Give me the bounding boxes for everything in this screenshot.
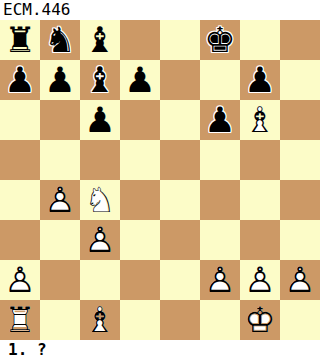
white-pawn-fill: ♟	[200, 260, 240, 300]
square-e5[interactable]	[160, 140, 200, 180]
square-h4[interactable]	[280, 180, 320, 220]
square-g1[interactable]: ♚♔	[240, 300, 280, 340]
square-a2[interactable]: ♟♙	[0, 260, 40, 300]
square-h3[interactable]	[280, 220, 320, 260]
square-h5[interactable]	[280, 140, 320, 180]
black-pawn: ♟	[0, 60, 40, 100]
black-pawn: ♟	[240, 60, 280, 100]
square-c6[interactable]: ♟	[80, 100, 120, 140]
square-e3[interactable]	[160, 220, 200, 260]
square-a8[interactable]: ♜	[0, 20, 40, 60]
white-bishop: ♗	[240, 100, 280, 140]
square-h1[interactable]	[280, 300, 320, 340]
white-pawn-fill: ♟	[80, 220, 120, 260]
square-b5[interactable]	[40, 140, 80, 180]
square-d6[interactable]	[120, 100, 160, 140]
white-king: ♔	[240, 300, 280, 340]
square-d2[interactable]	[120, 260, 160, 300]
square-c7[interactable]: ♝	[80, 60, 120, 100]
white-pawn: ♙	[40, 180, 80, 220]
square-h2[interactable]: ♟♙	[280, 260, 320, 300]
square-g6[interactable]: ♝♗	[240, 100, 280, 140]
square-a1[interactable]: ♜♖	[0, 300, 40, 340]
square-a4[interactable]	[0, 180, 40, 220]
square-a6[interactable]	[0, 100, 40, 140]
square-e6[interactable]	[160, 100, 200, 140]
square-c5[interactable]	[80, 140, 120, 180]
chess-board: ♜♞♝♚♟♟♝♟♟♟♟♝♗♟♙♞♘♟♙♟♙♟♙♟♙♟♙♜♖♝♗♚♔	[0, 20, 320, 340]
black-pawn: ♟	[120, 60, 160, 100]
white-rook: ♖	[0, 300, 40, 340]
square-e8[interactable]	[160, 20, 200, 60]
white-pawn-fill: ♟	[40, 180, 80, 220]
square-b2[interactable]	[40, 260, 80, 300]
square-f4[interactable]	[200, 180, 240, 220]
square-h7[interactable]	[280, 60, 320, 100]
square-b8[interactable]: ♞	[40, 20, 80, 60]
white-pawn: ♙	[280, 260, 320, 300]
square-c1[interactable]: ♝♗	[80, 300, 120, 340]
white-pawn: ♙	[200, 260, 240, 300]
square-g4[interactable]	[240, 180, 280, 220]
black-bishop: ♝	[80, 60, 120, 100]
white-knight: ♘	[80, 180, 120, 220]
square-b7[interactable]: ♟	[40, 60, 80, 100]
black-knight: ♞	[40, 20, 80, 60]
square-d4[interactable]	[120, 180, 160, 220]
white-pawn-fill: ♟	[280, 260, 320, 300]
white-rook-fill: ♜	[0, 300, 40, 340]
square-d7[interactable]: ♟	[120, 60, 160, 100]
diagram-title: ECM.446	[0, 0, 320, 20]
square-a3[interactable]	[0, 220, 40, 260]
white-pawn: ♙	[0, 260, 40, 300]
square-f5[interactable]	[200, 140, 240, 180]
square-g5[interactable]	[240, 140, 280, 180]
square-e2[interactable]	[160, 260, 200, 300]
square-a7[interactable]: ♟	[0, 60, 40, 100]
square-g7[interactable]: ♟	[240, 60, 280, 100]
square-h6[interactable]	[280, 100, 320, 140]
square-f6[interactable]: ♟	[200, 100, 240, 140]
square-a5[interactable]	[0, 140, 40, 180]
square-g3[interactable]	[240, 220, 280, 260]
square-d8[interactable]	[120, 20, 160, 60]
square-e1[interactable]	[160, 300, 200, 340]
square-b6[interactable]	[40, 100, 80, 140]
square-g2[interactable]: ♟♙	[240, 260, 280, 300]
square-d5[interactable]	[120, 140, 160, 180]
black-pawn: ♟	[80, 100, 120, 140]
white-knight-fill: ♞	[80, 180, 120, 220]
white-bishop-fill: ♝	[80, 300, 120, 340]
black-rook: ♜	[0, 20, 40, 60]
white-pawn-fill: ♟	[0, 260, 40, 300]
square-f8[interactable]: ♚	[200, 20, 240, 60]
square-e7[interactable]	[160, 60, 200, 100]
white-pawn-fill: ♟	[240, 260, 280, 300]
black-pawn: ♟	[200, 100, 240, 140]
black-pawn: ♟	[40, 60, 80, 100]
square-b4[interactable]: ♟♙	[40, 180, 80, 220]
square-e4[interactable]	[160, 180, 200, 220]
square-f7[interactable]	[200, 60, 240, 100]
square-b1[interactable]	[40, 300, 80, 340]
square-g8[interactable]	[240, 20, 280, 60]
black-king: ♚	[200, 20, 240, 60]
square-c8[interactable]: ♝	[80, 20, 120, 60]
square-b3[interactable]	[40, 220, 80, 260]
square-c2[interactable]	[80, 260, 120, 300]
square-d3[interactable]	[120, 220, 160, 260]
white-pawn: ♙	[240, 260, 280, 300]
square-d1[interactable]	[120, 300, 160, 340]
square-f2[interactable]: ♟♙	[200, 260, 240, 300]
square-c3[interactable]: ♟♙	[80, 220, 120, 260]
white-king-fill: ♚	[240, 300, 280, 340]
white-bishop-fill: ♝	[240, 100, 280, 140]
move-prompt: 1. ?	[0, 340, 320, 360]
square-f3[interactable]	[200, 220, 240, 260]
white-pawn: ♙	[80, 220, 120, 260]
white-bishop: ♗	[80, 300, 120, 340]
square-h8[interactable]	[280, 20, 320, 60]
square-c4[interactable]: ♞♘	[80, 180, 120, 220]
square-f1[interactable]	[200, 300, 240, 340]
black-bishop: ♝	[80, 20, 120, 60]
chess-diagram: ECM.446 ♜♞♝♚♟♟♝♟♟♟♟♝♗♟♙♞♘♟♙♟♙♟♙♟♙♟♙♜♖♝♗♚…	[0, 0, 320, 360]
